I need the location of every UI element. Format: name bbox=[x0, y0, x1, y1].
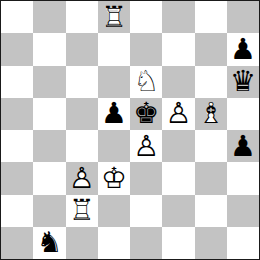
square-a1[interactable] bbox=[1, 227, 33, 259]
black-queen[interactable]: ♛ bbox=[227, 66, 259, 98]
square-g5[interactable]: ♝♗ bbox=[195, 98, 227, 130]
square-a3[interactable] bbox=[1, 162, 33, 194]
square-e4[interactable]: ♟♙ bbox=[130, 130, 162, 162]
piece-glyph: ♙ bbox=[162, 98, 194, 130]
square-h5[interactable] bbox=[227, 98, 259, 130]
square-d6[interactable] bbox=[98, 66, 130, 98]
square-b2[interactable] bbox=[33, 195, 65, 227]
piece-glyph: ♚ bbox=[130, 98, 162, 130]
square-f2[interactable] bbox=[162, 195, 194, 227]
square-b4[interactable] bbox=[33, 130, 65, 162]
square-a7[interactable] bbox=[1, 33, 33, 65]
piece-glyph: ♖ bbox=[66, 195, 98, 227]
piece-glyph: ♟ bbox=[98, 98, 130, 130]
white-pawn[interactable]: ♟♙ bbox=[162, 98, 194, 130]
white-bishop[interactable]: ♝♗ bbox=[195, 98, 227, 130]
square-d2[interactable] bbox=[98, 195, 130, 227]
square-a8[interactable] bbox=[1, 1, 33, 33]
square-g4[interactable] bbox=[195, 130, 227, 162]
square-d1[interactable] bbox=[98, 227, 130, 259]
piece-glyph: ♗ bbox=[195, 98, 227, 130]
square-f7[interactable] bbox=[162, 33, 194, 65]
white-king[interactable]: ♚♔ bbox=[98, 162, 130, 194]
square-g3[interactable] bbox=[195, 162, 227, 194]
square-c6[interactable] bbox=[66, 66, 98, 98]
square-h4[interactable]: ♟ bbox=[227, 130, 259, 162]
white-rook[interactable]: ♜♖ bbox=[66, 195, 98, 227]
white-pawn[interactable]: ♟♙ bbox=[66, 162, 98, 194]
square-b1[interactable]: ♞ bbox=[33, 227, 65, 259]
square-a2[interactable] bbox=[1, 195, 33, 227]
piece-glyph: ♘ bbox=[130, 66, 162, 98]
square-f5[interactable]: ♟♙ bbox=[162, 98, 194, 130]
square-d8[interactable]: ♜♖ bbox=[98, 1, 130, 33]
square-f3[interactable] bbox=[162, 162, 194, 194]
square-e5[interactable]: ♚ bbox=[130, 98, 162, 130]
square-g2[interactable] bbox=[195, 195, 227, 227]
piece-glyph: ♔ bbox=[98, 162, 130, 194]
square-a5[interactable] bbox=[1, 98, 33, 130]
square-e3[interactable] bbox=[130, 162, 162, 194]
chess-board: ♜♖♟♞♘♛♟♚♟♙♝♗♟♙♟♟♙♚♔♜♖♞ bbox=[0, 0, 260, 260]
square-e8[interactable] bbox=[130, 1, 162, 33]
piece-glyph: ♖ bbox=[98, 1, 130, 33]
black-king[interactable]: ♚ bbox=[130, 98, 162, 130]
black-knight[interactable]: ♞ bbox=[33, 227, 65, 259]
square-h7[interactable]: ♟ bbox=[227, 33, 259, 65]
square-e2[interactable] bbox=[130, 195, 162, 227]
square-e7[interactable] bbox=[130, 33, 162, 65]
square-b8[interactable] bbox=[33, 1, 65, 33]
square-c3[interactable]: ♟♙ bbox=[66, 162, 98, 194]
square-a4[interactable] bbox=[1, 130, 33, 162]
piece-glyph: ♛ bbox=[227, 66, 259, 98]
square-h8[interactable] bbox=[227, 1, 259, 33]
black-pawn[interactable]: ♟ bbox=[98, 98, 130, 130]
square-b6[interactable] bbox=[33, 66, 65, 98]
square-a6[interactable] bbox=[1, 66, 33, 98]
square-c1[interactable] bbox=[66, 227, 98, 259]
white-rook[interactable]: ♜♖ bbox=[98, 1, 130, 33]
square-g6[interactable] bbox=[195, 66, 227, 98]
square-c5[interactable] bbox=[66, 98, 98, 130]
square-b5[interactable] bbox=[33, 98, 65, 130]
piece-glyph: ♟ bbox=[227, 33, 259, 65]
square-h2[interactable] bbox=[227, 195, 259, 227]
square-h1[interactable] bbox=[227, 227, 259, 259]
square-e1[interactable] bbox=[130, 227, 162, 259]
square-h3[interactable] bbox=[227, 162, 259, 194]
square-g8[interactable] bbox=[195, 1, 227, 33]
piece-glyph: ♙ bbox=[130, 130, 162, 162]
square-f1[interactable] bbox=[162, 227, 194, 259]
piece-glyph: ♙ bbox=[66, 162, 98, 194]
square-c7[interactable] bbox=[66, 33, 98, 65]
piece-glyph: ♟ bbox=[227, 130, 259, 162]
square-e6[interactable]: ♞♘ bbox=[130, 66, 162, 98]
square-b3[interactable] bbox=[33, 162, 65, 194]
square-d5[interactable]: ♟ bbox=[98, 98, 130, 130]
square-d3[interactable]: ♚♔ bbox=[98, 162, 130, 194]
square-f8[interactable] bbox=[162, 1, 194, 33]
square-f6[interactable] bbox=[162, 66, 194, 98]
square-f4[interactable] bbox=[162, 130, 194, 162]
square-g7[interactable] bbox=[195, 33, 227, 65]
square-c8[interactable] bbox=[66, 1, 98, 33]
square-b7[interactable] bbox=[33, 33, 65, 65]
square-c4[interactable] bbox=[66, 130, 98, 162]
white-pawn[interactable]: ♟♙ bbox=[130, 130, 162, 162]
square-c2[interactable]: ♜♖ bbox=[66, 195, 98, 227]
black-pawn[interactable]: ♟ bbox=[227, 130, 259, 162]
square-d4[interactable] bbox=[98, 130, 130, 162]
square-h6[interactable]: ♛ bbox=[227, 66, 259, 98]
piece-glyph: ♞ bbox=[33, 227, 65, 259]
square-g1[interactable] bbox=[195, 227, 227, 259]
square-d7[interactable] bbox=[98, 33, 130, 65]
white-knight[interactable]: ♞♘ bbox=[130, 66, 162, 98]
black-pawn[interactable]: ♟ bbox=[227, 33, 259, 65]
chess-diagram: ♜♖♟♞♘♛♟♚♟♙♝♗♟♙♟♟♙♚♔♜♖♞ bbox=[0, 0, 260, 260]
